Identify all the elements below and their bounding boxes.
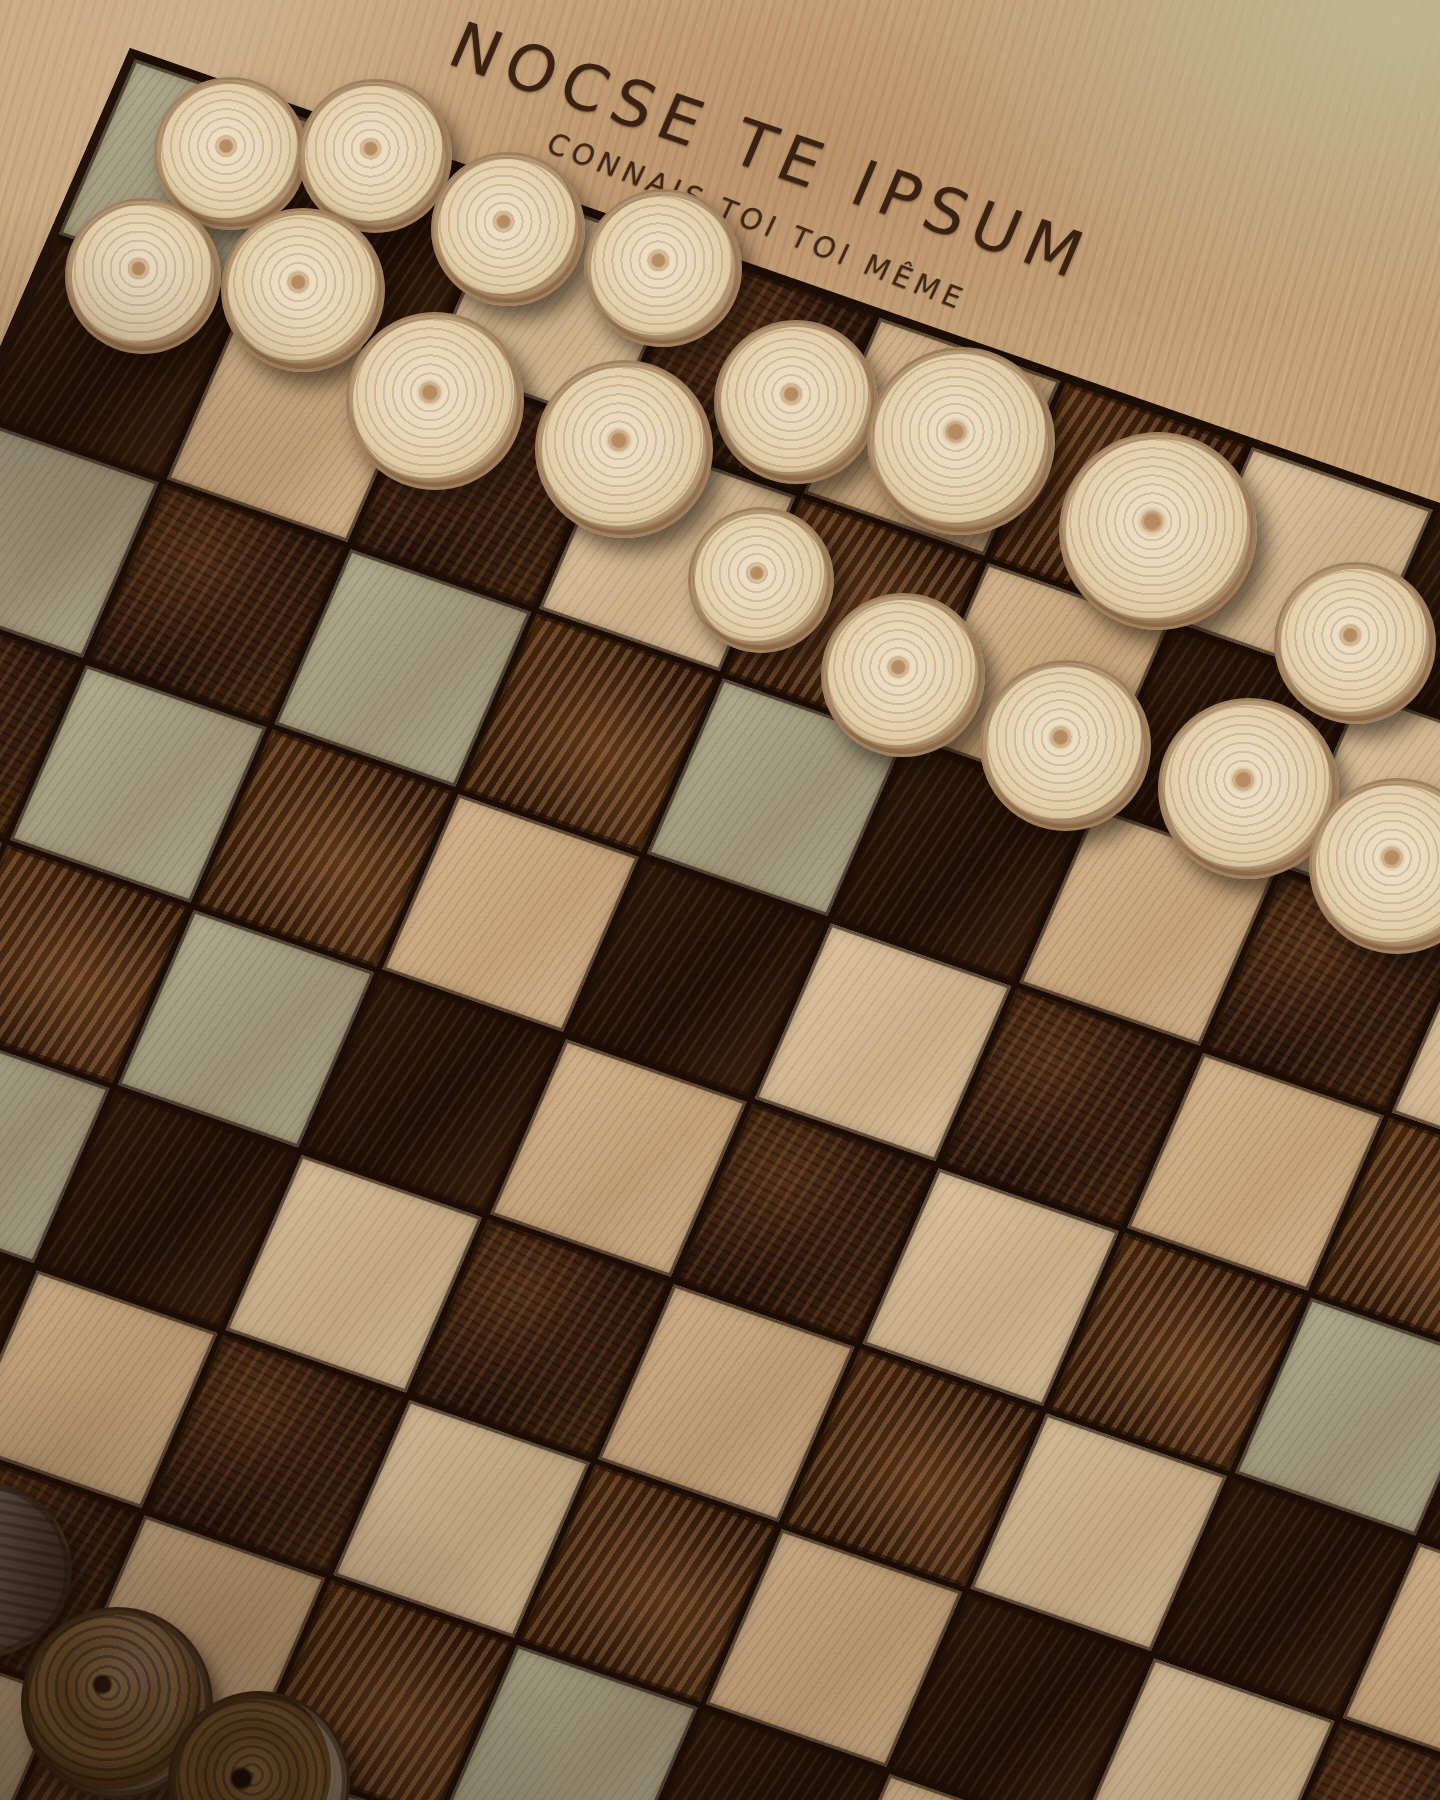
checker-piece-light[interactable] [688, 507, 834, 653]
checker-piece-light[interactable] [821, 593, 985, 757]
checker-piece-light[interactable] [867, 347, 1055, 535]
piece-layer [0, 0, 1440, 1800]
checker-piece-light[interactable] [535, 360, 713, 538]
wood-checkers-board-photo: NOCSE TE IPSUM CONNAIS TOI TOI MÊME [0, 0, 1440, 1800]
checker-piece-light[interactable] [431, 152, 585, 306]
checker-piece-light[interactable] [1059, 432, 1257, 630]
checker-piece-light[interactable] [584, 189, 742, 347]
checker-piece-light[interactable] [346, 312, 524, 490]
checker-piece-light[interactable] [1274, 562, 1436, 724]
checker-piece-light[interactable] [65, 198, 221, 354]
checker-piece-light[interactable] [714, 320, 878, 484]
checker-piece-light[interactable] [980, 660, 1151, 831]
checker-piece-light[interactable] [221, 208, 385, 372]
